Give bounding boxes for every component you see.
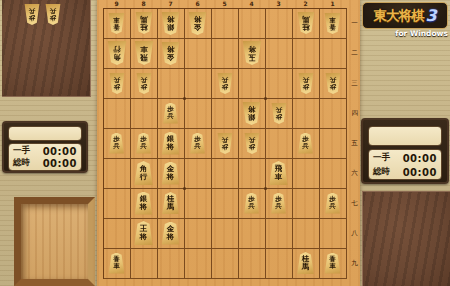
shogi-piece-金-78[interactable]: 金将 bbox=[161, 222, 180, 245]
logo-subtitle: for Windows bbox=[362, 29, 448, 38]
rank-label-5: 五 bbox=[349, 128, 360, 158]
shogi-board: 987654321 一二三四五六七八九 香車桂馬銀将金将桂馬香車角行飛車金将玉将… bbox=[97, 0, 360, 286]
shogi-piece-銀-75[interactable]: 銀将 bbox=[161, 132, 180, 155]
left-move-time: 00:00 bbox=[43, 146, 77, 157]
shogi-piece-香-91[interactable]: 香車 bbox=[108, 13, 125, 34]
shogi-piece-歩[interactable]: 歩兵 bbox=[45, 4, 61, 25]
file-label-7: 7 bbox=[157, 0, 184, 8]
shogi-piece-歩-23[interactable]: 歩兵 bbox=[298, 73, 314, 94]
shogi-piece-歩-53[interactable]: 歩兵 bbox=[217, 73, 233, 94]
rank-label-1: 一 bbox=[349, 8, 360, 38]
right-clock: 一手 00:00 総時 00:00 bbox=[368, 149, 442, 180]
right-total-time: 00:00 bbox=[403, 167, 437, 178]
shogi-app-window: 歩兵歩兵 一手 00:00 総時 00:00 一手 00:00 総時 bbox=[0, 0, 450, 286]
file-label-1: 1 bbox=[319, 0, 346, 8]
shogi-piece-歩-25[interactable]: 歩兵 bbox=[298, 133, 314, 154]
file-label-8: 8 bbox=[130, 0, 157, 8]
shogi-piece-銀-71[interactable]: 銀将 bbox=[161, 12, 180, 35]
shogi-piece-歩-34[interactable]: 歩兵 bbox=[271, 103, 287, 124]
right-move-label: 一手 bbox=[373, 152, 390, 164]
left-clock-panel: 一手 00:00 総時 00:00 bbox=[2, 121, 88, 173]
shogi-piece-桂-21[interactable]: 桂馬 bbox=[297, 12, 315, 34]
gote-hand-pieces: 歩兵歩兵 bbox=[2, 0, 90, 96]
right-total-label: 総時 bbox=[373, 166, 390, 178]
shogi-piece-歩-74[interactable]: 歩兵 bbox=[163, 103, 179, 124]
rank-label-6: 六 bbox=[349, 158, 360, 188]
shogi-piece-歩-83[interactable]: 歩兵 bbox=[136, 73, 152, 94]
file-label-4: 4 bbox=[238, 0, 265, 8]
shogi-piece-歩-45[interactable]: 歩兵 bbox=[244, 133, 260, 154]
left-player-name bbox=[8, 126, 82, 141]
shogi-piece-歩-13[interactable]: 歩兵 bbox=[325, 73, 341, 94]
rank-label-7: 七 bbox=[349, 188, 360, 218]
shogi-piece-桂-29[interactable]: 桂馬 bbox=[297, 252, 315, 274]
right-player-name bbox=[368, 126, 442, 146]
shogi-piece-桂-77[interactable]: 桂馬 bbox=[162, 192, 180, 214]
sente-captured-tray[interactable] bbox=[362, 191, 450, 286]
file-label-3: 3 bbox=[265, 0, 292, 8]
shogi-piece-歩-93[interactable]: 歩兵 bbox=[109, 73, 125, 94]
logo-title: 東大将棋 bbox=[373, 7, 423, 25]
shogi-piece-歩-17[interactable]: 歩兵 bbox=[325, 193, 341, 214]
shogi-piece-金-72[interactable]: 金将 bbox=[161, 42, 180, 65]
shogi-piece-玉-42[interactable]: 玉将 bbox=[242, 41, 262, 65]
file-label-6: 6 bbox=[184, 0, 211, 8]
shogi-piece-飛-36[interactable]: 飛車 bbox=[269, 161, 289, 185]
left-total-time: 00:00 bbox=[43, 158, 77, 169]
rank-label-3: 三 bbox=[349, 68, 360, 98]
shogi-piece-香-99[interactable]: 香車 bbox=[108, 253, 125, 274]
shogi-piece-歩-47[interactable]: 歩兵 bbox=[244, 193, 260, 214]
shogi-piece-銀-87[interactable]: 銀将 bbox=[134, 192, 153, 215]
file-coordinates: 987654321 bbox=[103, 0, 346, 8]
shogi-piece-角-92[interactable]: 角行 bbox=[107, 41, 127, 65]
shogi-piece-王-88[interactable]: 王将 bbox=[134, 221, 154, 245]
shogi-piece-香-11[interactable]: 香車 bbox=[324, 13, 341, 34]
shogi-piece-歩-95[interactable]: 歩兵 bbox=[109, 133, 125, 154]
shogi-piece-金-76[interactable]: 金将 bbox=[161, 162, 180, 185]
shogi-piece-金-61[interactable]: 金将 bbox=[188, 12, 207, 35]
gote-captured-tray[interactable]: 歩兵歩兵 bbox=[2, 0, 91, 97]
right-clock-panel: 一手 00:00 総時 00:00 bbox=[361, 118, 449, 184]
shogi-piece-桂-81[interactable]: 桂馬 bbox=[135, 12, 153, 34]
left-move-label: 一手 bbox=[13, 145, 30, 157]
shogi-piece-飛-82[interactable]: 飛車 bbox=[134, 41, 154, 65]
shogi-piece-香-19[interactable]: 香車 bbox=[324, 253, 341, 274]
left-total-label: 総時 bbox=[13, 157, 30, 169]
rank-label-8: 八 bbox=[349, 218, 360, 248]
rank-coordinates: 一二三四五六七八九 bbox=[349, 8, 360, 278]
rank-label-4: 四 bbox=[349, 98, 360, 128]
shogi-piece-歩-37[interactable]: 歩兵 bbox=[271, 193, 287, 214]
pieces-layer: 香車桂馬銀将金将桂馬香車角行飛車金将玉将歩兵歩兵歩兵歩兵歩兵銀将歩兵歩兵歩兵歩兵… bbox=[103, 8, 346, 278]
app-logo: 東大将棋 3 bbox=[362, 2, 448, 29]
shogi-piece-銀-44[interactable]: 銀将 bbox=[242, 102, 261, 125]
rank-label-2: 二 bbox=[349, 38, 360, 68]
rank-label-9: 九 bbox=[349, 248, 360, 278]
shogi-piece-歩-85[interactable]: 歩兵 bbox=[136, 133, 152, 154]
left-clock: 一手 00:00 総時 00:00 bbox=[8, 143, 82, 171]
piece-box bbox=[14, 197, 95, 286]
shogi-piece-角-86[interactable]: 角行 bbox=[134, 161, 154, 185]
shogi-piece-歩-55[interactable]: 歩兵 bbox=[217, 133, 233, 154]
file-label-2: 2 bbox=[292, 0, 319, 8]
right-move-time: 00:00 bbox=[403, 153, 437, 164]
file-label-9: 9 bbox=[103, 0, 130, 8]
file-label-5: 5 bbox=[211, 0, 238, 8]
shogi-piece-歩-65[interactable]: 歩兵 bbox=[190, 133, 206, 154]
shogi-piece-歩[interactable]: 歩兵 bbox=[24, 4, 40, 25]
logo-version: 3 bbox=[425, 6, 436, 25]
